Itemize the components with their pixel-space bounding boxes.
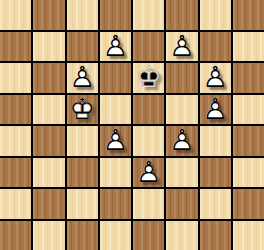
square-g7[interactable] <box>200 32 231 62</box>
square-a1[interactable] <box>0 221 31 250</box>
square-g6[interactable]: ♟♙ <box>200 63 231 93</box>
square-e3[interactable]: ♟♙ <box>133 158 164 188</box>
square-g5[interactable]: ♟♙ <box>200 95 231 125</box>
square-c1[interactable] <box>67 221 98 250</box>
square-d7[interactable]: ♟♙ <box>100 32 131 62</box>
square-b8[interactable] <box>33 0 64 30</box>
white-pawn[interactable]: ♟♙ <box>133 158 164 188</box>
square-f1[interactable] <box>166 221 197 250</box>
square-b3[interactable] <box>33 158 64 188</box>
square-c3[interactable] <box>67 158 98 188</box>
square-g8[interactable] <box>200 0 231 30</box>
square-c2[interactable] <box>67 189 98 219</box>
square-d5[interactable] <box>100 95 131 125</box>
square-e5[interactable] <box>133 95 164 125</box>
square-h2[interactable] <box>233 189 264 219</box>
square-c5[interactable]: ♚♔ <box>67 95 98 125</box>
square-e2[interactable] <box>133 189 164 219</box>
square-d1[interactable] <box>100 221 131 250</box>
square-d8[interactable] <box>100 0 131 30</box>
square-d6[interactable] <box>100 63 131 93</box>
square-b2[interactable] <box>33 189 64 219</box>
square-h1[interactable] <box>233 221 264 250</box>
square-f3[interactable] <box>166 158 197 188</box>
white-pawn[interactable]: ♟♙ <box>200 63 231 93</box>
square-e4[interactable] <box>133 126 164 156</box>
square-a4[interactable] <box>0 126 31 156</box>
square-e1[interactable] <box>133 221 164 250</box>
square-f5[interactable] <box>166 95 197 125</box>
square-a7[interactable] <box>0 32 31 62</box>
square-f4[interactable]: ♟♙ <box>166 126 197 156</box>
board-wrapper: ♟♙♟♙♟♙♚♔♟♙♚♔♟♙♟♙♟♙♟♙ <box>0 0 264 250</box>
black-king[interactable]: ♚♔ <box>133 63 164 93</box>
square-c8[interactable] <box>67 0 98 30</box>
square-b7[interactable] <box>33 32 64 62</box>
square-e6[interactable]: ♚♔ <box>133 63 164 93</box>
square-d4[interactable]: ♟♙ <box>100 126 131 156</box>
square-a8[interactable] <box>0 0 31 30</box>
white-pawn[interactable]: ♟♙ <box>200 95 231 125</box>
square-h6[interactable] <box>233 63 264 93</box>
square-b1[interactable] <box>33 221 64 250</box>
square-h7[interactable] <box>233 32 264 62</box>
square-b6[interactable] <box>33 63 64 93</box>
square-g4[interactable] <box>200 126 231 156</box>
square-f7[interactable]: ♟♙ <box>166 32 197 62</box>
chess-board: ♟♙♟♙♟♙♚♔♟♙♚♔♟♙♟♙♟♙♟♙ <box>0 0 264 250</box>
square-h8[interactable] <box>233 0 264 30</box>
white-pawn[interactable]: ♟♙ <box>100 32 131 62</box>
white-pawn[interactable]: ♟♙ <box>166 32 197 62</box>
white-pawn[interactable]: ♟♙ <box>166 126 197 156</box>
square-a6[interactable] <box>0 63 31 93</box>
square-h4[interactable] <box>233 126 264 156</box>
square-e7[interactable] <box>133 32 164 62</box>
square-e8[interactable] <box>133 0 164 30</box>
square-g1[interactable] <box>200 221 231 250</box>
square-d2[interactable] <box>100 189 131 219</box>
square-a3[interactable] <box>0 158 31 188</box>
square-h3[interactable] <box>233 158 264 188</box>
square-d3[interactable] <box>100 158 131 188</box>
square-c6[interactable]: ♟♙ <box>67 63 98 93</box>
square-f6[interactable] <box>166 63 197 93</box>
square-f2[interactable] <box>166 189 197 219</box>
white-pawn[interactable]: ♟♙ <box>100 126 131 156</box>
square-c4[interactable] <box>67 126 98 156</box>
square-b4[interactable] <box>33 126 64 156</box>
white-pawn[interactable]: ♟♙ <box>67 63 98 93</box>
square-a2[interactable] <box>0 189 31 219</box>
square-a5[interactable] <box>0 95 31 125</box>
white-king[interactable]: ♚♔ <box>67 95 98 125</box>
square-b5[interactable] <box>33 95 64 125</box>
square-g2[interactable] <box>200 189 231 219</box>
square-f8[interactable] <box>166 0 197 30</box>
square-g3[interactable] <box>200 158 231 188</box>
square-c7[interactable] <box>67 32 98 62</box>
square-h5[interactable] <box>233 95 264 125</box>
